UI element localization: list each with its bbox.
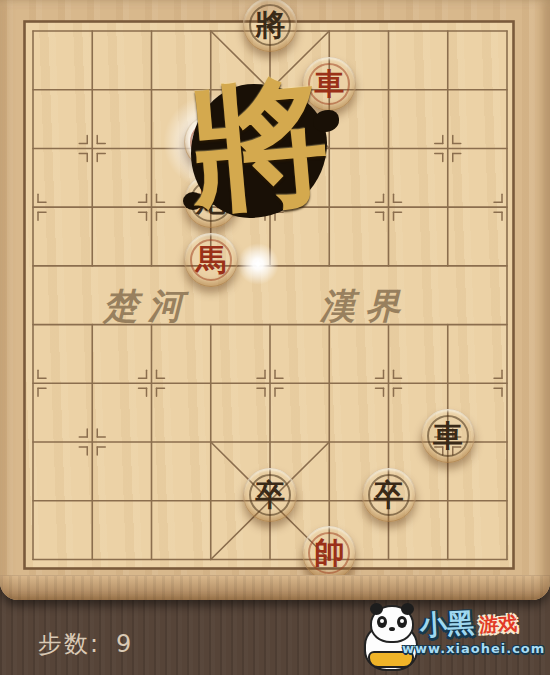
watermark-url: www.xiaohei.com xyxy=(402,641,545,656)
red-horse-1-piece[interactable]: 馬 xyxy=(184,115,238,169)
black-soldier-1-piece[interactable]: 卒 xyxy=(243,468,297,522)
piece-character: 卒 xyxy=(374,480,404,510)
river-label-han-jie: 漢界 xyxy=(320,283,410,330)
board-front-edge xyxy=(0,575,550,600)
xiangqi-board[interactable]: 楚河 漢界 將車馬炮馬車卒卒帥 將 xyxy=(0,0,550,600)
black-soldier-2-piece[interactable]: 卒 xyxy=(362,468,416,522)
xiangqi-app-screen: 楚河 漢界 將車馬炮馬車卒卒帥 將 步数: 9 小黑 游戏 www.xiaohe… xyxy=(0,0,550,675)
red-horse-2-piece[interactable]: 馬 xyxy=(184,233,238,287)
piece-character: 車 xyxy=(314,69,344,99)
watermark-brand-red: 游戏 xyxy=(479,611,518,635)
red-chariot-piece[interactable]: 車 xyxy=(302,57,356,111)
move-counter: 步数: 9 xyxy=(38,628,133,660)
watermark-brand-blue: 小黑 xyxy=(419,607,475,641)
river-label-chu-he: 楚河 xyxy=(103,283,193,330)
black-chariot-piece[interactable]: 車 xyxy=(421,409,475,463)
piece-character: 馬 xyxy=(196,127,226,157)
piece-character: 帥 xyxy=(314,538,344,568)
piece-character: 炮 xyxy=(196,186,226,216)
move-counter-value: 9 xyxy=(116,630,133,658)
panda-mascot-icon xyxy=(358,605,420,669)
site-watermark: 小黑 游戏 www.xiaohei.com xyxy=(356,603,546,673)
piece-character: 卒 xyxy=(255,480,285,510)
piece-character: 車 xyxy=(433,421,463,451)
piece-character: 將 xyxy=(255,10,285,40)
black-general-piece[interactable]: 將 xyxy=(243,0,297,52)
piece-character: 馬 xyxy=(196,245,226,275)
black-cannon-piece[interactable]: 炮 xyxy=(184,174,238,228)
move-counter-label: 步数: xyxy=(38,628,100,660)
